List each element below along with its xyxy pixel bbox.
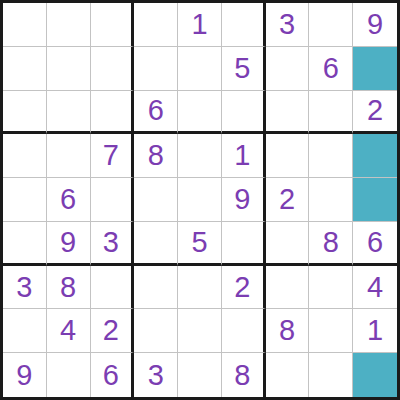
cell-r1c4[interactable]: [134, 3, 178, 47]
cell-r1c5[interactable]: 1: [178, 3, 222, 47]
cell-r5c8[interactable]: [309, 178, 353, 222]
given-digit: 5: [234, 54, 250, 83]
cell-r4c6[interactable]: 1: [222, 134, 266, 178]
cell-r3c9[interactable]: 2: [353, 91, 397, 135]
cell-r7c5[interactable]: [178, 266, 222, 310]
given-digit: 6: [367, 228, 383, 257]
cell-r1c7[interactable]: 3: [266, 3, 310, 47]
cell-r8c7[interactable]: 8: [266, 309, 310, 353]
cell-r8c9[interactable]: 1: [353, 309, 397, 353]
cell-r8c1[interactable]: [3, 309, 47, 353]
cell-r1c6[interactable]: [222, 3, 266, 47]
given-digit: 6: [148, 96, 164, 125]
cell-r3c1[interactable]: [3, 91, 47, 135]
cell-r9c9[interactable]: [353, 353, 397, 397]
cell-r6c3[interactable]: 3: [91, 222, 135, 266]
given-digit: 2: [234, 273, 250, 302]
cell-r5c4[interactable]: [134, 178, 178, 222]
cell-r6c7[interactable]: [266, 222, 310, 266]
cell-r9c1[interactable]: 9: [3, 353, 47, 397]
cell-r7c3[interactable]: [91, 266, 135, 310]
cell-r4c8[interactable]: [309, 134, 353, 178]
cell-r6c5[interactable]: 5: [178, 222, 222, 266]
cell-r5c5[interactable]: [178, 178, 222, 222]
given-digit: 9: [234, 185, 250, 214]
given-digit: 9: [367, 10, 383, 39]
given-digit: 3: [148, 361, 164, 390]
cell-r2c9[interactable]: [353, 47, 397, 91]
given-digit: 8: [279, 316, 295, 345]
given-digit: 1: [234, 141, 250, 170]
cell-r3c8[interactable]: [309, 91, 353, 135]
cell-r3c4[interactable]: 6: [134, 91, 178, 135]
given-digit: 5: [191, 228, 207, 257]
sudoku-board: 139566278169293586382442819638: [0, 0, 400, 400]
given-digit: 8: [60, 273, 76, 302]
cell-r2c6[interactable]: 5: [222, 47, 266, 91]
cell-r2c1[interactable]: [3, 47, 47, 91]
given-digit: 3: [16, 273, 32, 302]
cell-r6c2[interactable]: 9: [47, 222, 91, 266]
cell-r7c7[interactable]: [266, 266, 310, 310]
given-digit: 2: [103, 316, 119, 345]
cell-r4c4[interactable]: 8: [134, 134, 178, 178]
cell-r9c7[interactable]: [266, 353, 310, 397]
given-digit: 3: [279, 10, 295, 39]
cell-r7c4[interactable]: [134, 266, 178, 310]
cell-r9c6[interactable]: 8: [222, 353, 266, 397]
cell-r9c3[interactable]: 6: [91, 353, 135, 397]
cell-r6c1[interactable]: [3, 222, 47, 266]
given-digit: 1: [367, 316, 383, 345]
cell-r8c4[interactable]: [134, 309, 178, 353]
cell-r1c1[interactable]: [3, 3, 47, 47]
given-digit: 6: [103, 361, 119, 390]
cell-r9c8[interactable]: [309, 353, 353, 397]
cell-r2c7[interactable]: [266, 47, 310, 91]
cell-r5c6[interactable]: 9: [222, 178, 266, 222]
cell-r7c1[interactable]: 3: [3, 266, 47, 310]
cell-r7c6[interactable]: 2: [222, 266, 266, 310]
cell-r5c2[interactable]: 6: [47, 178, 91, 222]
cell-r6c6[interactable]: [222, 222, 266, 266]
cell-r2c3[interactable]: [91, 47, 135, 91]
cell-r1c9[interactable]: 9: [353, 3, 397, 47]
given-digit: 6: [60, 185, 76, 214]
cell-r2c8[interactable]: 6: [309, 47, 353, 91]
cell-r4c2[interactable]: [47, 134, 91, 178]
cell-r1c3[interactable]: [91, 3, 135, 47]
given-digit: 4: [367, 273, 383, 302]
cell-r3c3[interactable]: [91, 91, 135, 135]
cell-r4c5[interactable]: [178, 134, 222, 178]
cell-r5c9[interactable]: [353, 178, 397, 222]
given-digit: 8: [148, 141, 164, 170]
cell-r4c3[interactable]: 7: [91, 134, 135, 178]
given-digit: 9: [60, 228, 76, 257]
cell-r8c8[interactable]: [309, 309, 353, 353]
cell-r3c5[interactable]: [178, 91, 222, 135]
cell-r6c9[interactable]: 6: [353, 222, 397, 266]
given-digit: 1: [191, 10, 207, 39]
cell-r2c5[interactable]: [178, 47, 222, 91]
cell-r3c2[interactable]: [47, 91, 91, 135]
cell-r6c8[interactable]: 8: [309, 222, 353, 266]
cell-r1c8[interactable]: [309, 3, 353, 47]
cell-r3c7[interactable]: [266, 91, 310, 135]
cell-r4c7[interactable]: [266, 134, 310, 178]
cell-r8c6[interactable]: [222, 309, 266, 353]
cell-r7c2[interactable]: 8: [47, 266, 91, 310]
cell-r9c5[interactable]: [178, 353, 222, 397]
cell-r6c4[interactable]: [134, 222, 178, 266]
cell-r9c4[interactable]: 3: [134, 353, 178, 397]
cell-r4c9[interactable]: [353, 134, 397, 178]
given-digit: 2: [279, 185, 295, 214]
cell-r9c2[interactable]: [47, 353, 91, 397]
given-digit: 8: [234, 361, 250, 390]
cell-r2c2[interactable]: [47, 47, 91, 91]
cell-r7c8[interactable]: [309, 266, 353, 310]
given-digit: 2: [367, 96, 383, 125]
given-digit: 6: [323, 54, 339, 83]
cell-r8c2[interactable]: 4: [47, 309, 91, 353]
cell-r7c9[interactable]: 4: [353, 266, 397, 310]
cell-r8c5[interactable]: [178, 309, 222, 353]
given-digit: 3: [103, 228, 119, 257]
given-digit: 7: [103, 141, 119, 170]
cell-r5c7[interactable]: 2: [266, 178, 310, 222]
cell-r2c4[interactable]: [134, 47, 178, 91]
given-digit: 4: [60, 316, 76, 345]
cell-r8c3[interactable]: 2: [91, 309, 135, 353]
given-digit: 9: [16, 361, 32, 390]
cell-r3c6[interactable]: [222, 91, 266, 135]
cell-r5c3[interactable]: [91, 178, 135, 222]
cell-r4c1[interactable]: [3, 134, 47, 178]
cell-r5c1[interactable]: [3, 178, 47, 222]
given-digit: 8: [323, 228, 339, 257]
cell-r1c2[interactable]: [47, 3, 91, 47]
